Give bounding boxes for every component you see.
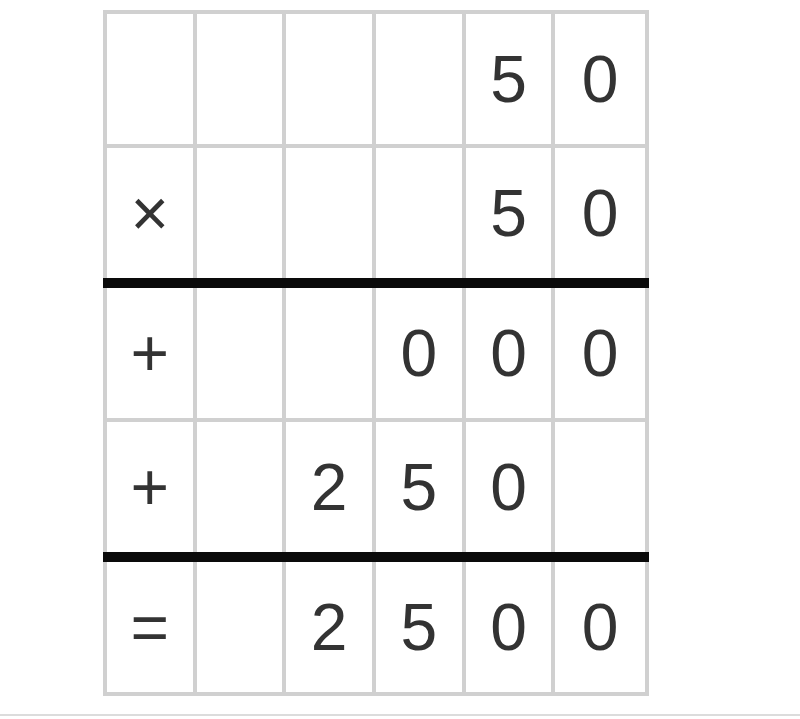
grid-row-operand-1: 5 0: [107, 14, 645, 144]
grid-cell-digit[interactable]: 5: [466, 14, 556, 144]
grid-cell-digit[interactable]: 5: [466, 148, 556, 278]
grid-cell[interactable]: [376, 148, 466, 278]
grid-cell-digit[interactable]: 0: [466, 422, 556, 552]
grid-cell-digit[interactable]: 5: [376, 562, 466, 692]
grid-row-partial-product-1: + 0 0 0: [107, 288, 645, 418]
multiply-operator-cell[interactable]: ×: [107, 148, 197, 278]
grid-cell[interactable]: [197, 14, 287, 144]
grid-cell[interactable]: [107, 14, 197, 144]
grid-cell[interactable]: [197, 422, 287, 552]
multiplication-grid: 5 0 × 5 0 + 0 0 0 + 2 5 0 = 2 5 0 0: [103, 10, 649, 696]
equals-operator-cell[interactable]: =: [107, 562, 197, 692]
grid-cell-digit[interactable]: 0: [555, 562, 645, 692]
grid-cell-digit[interactable]: 0: [555, 148, 645, 278]
grid-cell[interactable]: [197, 148, 287, 278]
grid-cell[interactable]: [286, 148, 376, 278]
grid-cell-digit[interactable]: 0: [466, 288, 556, 418]
grid-row-product: = 2 5 0 0: [107, 562, 645, 692]
plus-operator-cell-2[interactable]: +: [107, 422, 197, 552]
grid-cell-digit[interactable]: 5: [376, 422, 466, 552]
plus-operator-cell-1[interactable]: +: [107, 288, 197, 418]
grid-cell[interactable]: [286, 14, 376, 144]
grid-row-partial-product-2: + 2 5 0: [107, 422, 645, 552]
ruled-line-multiplication: [103, 278, 649, 288]
grid-cell-digit[interactable]: 2: [286, 562, 376, 692]
grid-row-operand-2: × 5 0: [107, 148, 645, 278]
grid-cell-digit[interactable]: 0: [376, 288, 466, 418]
ruled-line-sum: [103, 552, 649, 562]
grid-cell[interactable]: [197, 288, 287, 418]
grid-cell[interactable]: [286, 288, 376, 418]
page-bottom-divider: [0, 714, 800, 716]
grid-cell[interactable]: [376, 14, 466, 144]
grid-cell-digit[interactable]: 0: [466, 562, 556, 692]
grid-cell[interactable]: [555, 422, 645, 552]
grid-cell[interactable]: [197, 562, 287, 692]
grid-cell-digit[interactable]: 2: [286, 422, 376, 552]
grid-cell-digit[interactable]: 0: [555, 14, 645, 144]
grid-cell-digit[interactable]: 0: [555, 288, 645, 418]
